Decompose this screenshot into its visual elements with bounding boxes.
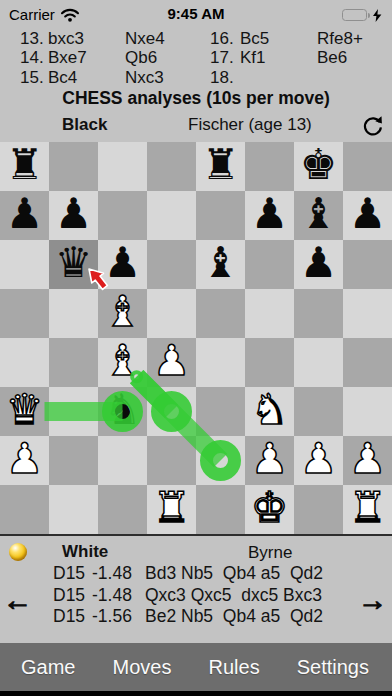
square-h7[interactable]: ♟ (343, 191, 392, 240)
move-number: 13. (20, 29, 44, 49)
flip-board-icon[interactable] (361, 113, 385, 137)
battery-nub (368, 13, 370, 18)
tab-game[interactable]: Game (21, 656, 75, 679)
engine-pv: Be2 Nb5 Qb4 a5 Qd2 (145, 606, 323, 627)
square-c3[interactable]: ♞ (98, 387, 147, 436)
square-h5[interactable] (343, 289, 392, 338)
square-b3[interactable] (49, 387, 98, 436)
square-d8[interactable] (147, 142, 196, 191)
tab-bar: Game Moves Rules Settings (0, 643, 392, 691)
square-a2[interactable]: ♟ (0, 436, 49, 485)
move-white[interactable]: Kf1 (240, 48, 266, 68)
square-e2[interactable] (196, 436, 245, 485)
square-f1[interactable]: ♚ (245, 485, 294, 534)
square-h6[interactable] (343, 240, 392, 289)
bottom-black-bar (0, 691, 392, 696)
engine-depth: D15 (53, 585, 92, 606)
square-a5[interactable] (0, 289, 49, 338)
player-name-top: Fischer (age 13) (188, 115, 312, 135)
square-e8[interactable]: ♜ (196, 142, 245, 191)
square-e3[interactable] (196, 387, 245, 436)
move-number: 14. (20, 48, 44, 68)
square-g8[interactable]: ♚ (294, 142, 343, 191)
piece-bp-f7[interactable]: ♟ (251, 193, 289, 235)
move-black[interactable]: Nxc3 (125, 68, 164, 88)
move-number: 18. (210, 68, 234, 88)
piece-wb-c5[interactable]: ♝ (104, 291, 142, 333)
move-white[interactable]: Bc5 (240, 29, 269, 49)
square-g5[interactable] (294, 289, 343, 338)
square-a4[interactable] (0, 338, 49, 387)
piece-wp-f2[interactable]: ♟ (251, 438, 289, 480)
piece-wb-c4[interactable]: ♝ (104, 340, 142, 382)
move-black[interactable]: Rfe8+ (317, 29, 363, 49)
move-black[interactable]: Nxe4 (125, 29, 165, 49)
battery-indicator (342, 8, 382, 22)
square-b8[interactable] (49, 142, 98, 191)
square-a8[interactable]: ♜ (0, 142, 49, 191)
piece-bp-g6[interactable]: ♟ (300, 242, 338, 284)
square-b7[interactable]: ♟ (49, 191, 98, 240)
engine-eval: -1.56 (92, 606, 145, 627)
engine-lines: D15 -1.48 Bd3 Nb5 Qb4 a5 Qd2 D15 -1.48 Q… (0, 563, 392, 627)
square-a3[interactable]: ♛ (0, 387, 49, 436)
piece-wk-f1[interactable]: ♚ (251, 487, 289, 529)
move-black[interactable]: Be6 (317, 48, 347, 68)
player-name-bottom: Byrne (248, 543, 292, 563)
square-f2[interactable]: ♟ (245, 436, 294, 485)
square-h8[interactable] (343, 142, 392, 191)
square-h1[interactable]: ♜ (343, 485, 392, 534)
square-a7[interactable]: ♟ (0, 191, 49, 240)
square-f8[interactable] (245, 142, 294, 191)
square-c8[interactable] (98, 142, 147, 191)
battery-outline (342, 9, 367, 21)
move-number: 16. (210, 29, 234, 49)
piece-wp-a2[interactable]: ♟ (6, 438, 44, 480)
chess-board[interactable]: ♜♜♚♟♟♟♝♟♛♟♝♟♝♝♟♛♞♞♟♟♟♟♜♚♜ (0, 142, 392, 534)
square-d2[interactable] (147, 436, 196, 485)
move-list-row: 13. bxc3 Nxe4 16. Bc5 Rfe8+ (0, 29, 392, 48)
engine-depth: D15 (53, 606, 92, 627)
piece-bp-b7[interactable]: ♟ (55, 193, 93, 235)
square-f4[interactable] (245, 338, 294, 387)
square-e7[interactable] (196, 191, 245, 240)
move-list-row: 15. Bc4 Nxc3 18. (0, 68, 392, 87)
square-e4[interactable] (196, 338, 245, 387)
square-g3[interactable] (294, 387, 343, 436)
square-g2[interactable]: ♟ (294, 436, 343, 485)
square-b6[interactable]: ♛ (49, 240, 98, 289)
square-g1[interactable] (294, 485, 343, 534)
engine-line[interactable]: D15 -1.48 Bd3 Nb5 Qb4 a5 Qd2 (0, 563, 392, 584)
move-number: 17. (210, 48, 234, 68)
piece-wp-g2[interactable]: ♟ (300, 438, 338, 480)
piece-br-a8[interactable]: ♜ (6, 144, 44, 186)
square-c5[interactable]: ♝ (98, 289, 147, 338)
square-d4[interactable]: ♟ (147, 338, 196, 387)
square-b4[interactable] (49, 338, 98, 387)
carrier-label: Carrier (9, 6, 55, 23)
move-list-row: 14. Bxe7 Qb6 17. Kf1 Be6 (0, 48, 392, 67)
page-title: CHESS analyses (10s per move) (0, 88, 392, 109)
square-d7[interactable] (147, 191, 196, 240)
square-d5[interactable] (147, 289, 196, 338)
move-white[interactable]: Bxe7 (48, 48, 87, 68)
piece-wq-a3[interactable]: ♛ (6, 389, 44, 431)
piece-bp-a7[interactable]: ♟ (6, 193, 44, 235)
square-e1[interactable] (196, 485, 245, 534)
engine-pv: Bd3 Nb5 Qb4 a5 Qd2 (145, 563, 323, 584)
square-d3[interactable] (147, 387, 196, 436)
square-d6[interactable] (147, 240, 196, 289)
square-a1[interactable] (0, 485, 49, 534)
players-row: Black Fischer (age 13) (0, 113, 392, 139)
square-b5[interactable] (49, 289, 98, 338)
square-f5[interactable] (245, 289, 294, 338)
tab-moves[interactable]: Moves (113, 656, 172, 679)
square-f3[interactable]: ♞ (245, 387, 294, 436)
app-screen: Carrier 9:45 AM 13. bxc3 Nxe4 16. Bc5 Rf… (0, 0, 392, 696)
engine-eval: -1.48 (92, 585, 145, 606)
piece-wn-f3[interactable]: ♞ (251, 389, 289, 431)
piece-bb-e6[interactable]: ♝ (202, 242, 240, 284)
engine-line[interactable]: D15 -1.56 Be2 Nb5 Qb4 a5 Qd2 (0, 606, 392, 627)
move-black[interactable]: Qb6 (125, 48, 157, 68)
side-label-white: White (62, 542, 108, 562)
square-d1[interactable]: ♜ (147, 485, 196, 534)
piece-bb-g7[interactable]: ♝ (300, 193, 338, 235)
square-a6[interactable] (0, 240, 49, 289)
square-h2[interactable]: ♟ (343, 436, 392, 485)
square-c1[interactable] (98, 485, 147, 534)
analysis-panel: White Byrne ← → D15 -1.48 Bd3 Nb5 Qb4 a5… (0, 534, 392, 643)
piece-bk-g8[interactable]: ♚ (300, 144, 338, 186)
square-c4[interactable]: ♝ (98, 338, 147, 387)
square-g7[interactable]: ♝ (294, 191, 343, 240)
wifi-icon (60, 8, 80, 22)
square-c2[interactable] (98, 436, 147, 485)
piece-wr-h1[interactable]: ♜ (349, 487, 387, 529)
engine-depth: D15 (53, 563, 92, 584)
move-white[interactable]: bxc3 (48, 29, 84, 49)
square-f6[interactable] (245, 240, 294, 289)
piece-wp-h2[interactable]: ♟ (349, 438, 387, 480)
square-b1[interactable] (49, 485, 98, 534)
piece-br-e8[interactable]: ♜ (202, 144, 240, 186)
side-to-move-label: Black (62, 115, 107, 135)
square-g4[interactable] (294, 338, 343, 387)
piece-bq-b6[interactable]: ♛ (55, 242, 93, 284)
square-e5[interactable] (196, 289, 245, 338)
charging-bolt-icon (373, 9, 382, 22)
engine-line[interactable]: D15 -1.48 Qxc3 Qxc5 dxc5 Bxc3 (0, 584, 392, 605)
piece-wr-d1[interactable]: ♜ (153, 487, 191, 529)
square-b2[interactable] (49, 436, 98, 485)
square-g6[interactable]: ♟ (294, 240, 343, 289)
piece-bn-c3[interactable]: ♞ (104, 389, 142, 431)
status-bar: Carrier 9:45 AM (0, 0, 392, 28)
tab-rules[interactable]: Rules (209, 656, 260, 679)
tab-settings[interactable]: Settings (297, 656, 369, 679)
engine-status-ball (9, 543, 27, 561)
square-e6[interactable]: ♝ (196, 240, 245, 289)
engine-eval: -1.48 (92, 563, 145, 584)
clock: 9:45 AM (168, 0, 225, 28)
square-h4[interactable] (343, 338, 392, 387)
piece-bp-c6[interactable]: ♟ (104, 242, 142, 284)
square-c7[interactable] (98, 191, 147, 240)
move-list: 13. bxc3 Nxe4 16. Bc5 Rfe8+ 14. Bxe7 Qb6… (0, 29, 392, 87)
square-c6[interactable]: ♟ (98, 240, 147, 289)
piece-wp-d4[interactable]: ♟ (153, 340, 191, 382)
move-number: 15. (20, 68, 44, 88)
engine-pv: Qxc3 Qxc5 dxc5 Bxc3 (145, 585, 322, 606)
square-h3[interactable] (343, 387, 392, 436)
piece-bp-h7[interactable]: ♟ (349, 193, 387, 235)
square-f7[interactable]: ♟ (245, 191, 294, 240)
move-white[interactable]: Bc4 (48, 68, 77, 88)
